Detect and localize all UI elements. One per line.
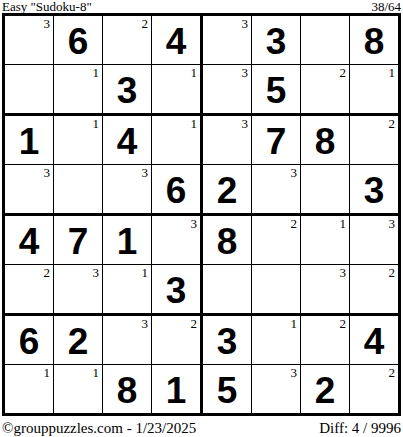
pencil-mark: 1 — [191, 66, 198, 80]
cell-r8c1[interactable]: 1 — [5, 365, 54, 413]
cell-r5c3[interactable]: 1 — [103, 216, 152, 265]
cell-r3c2[interactable]: 1 — [54, 116, 103, 165]
cell-value: 5 — [252, 65, 300, 113]
pencil-mark: 1 — [93, 66, 100, 80]
pencil-mark: 3 — [191, 217, 198, 231]
cell-r2c1[interactable] — [5, 65, 54, 116]
cell-r6c6[interactable] — [252, 265, 301, 316]
cell-r6c7[interactable]: 3 — [301, 265, 350, 316]
cell-r8c7[interactable]: 2 — [301, 365, 350, 413]
cell-r7c6[interactable]: 1 — [252, 316, 301, 365]
sudoku-board: 3624338131352111413782336233471382132313… — [2, 13, 401, 416]
cell-r2c2[interactable]: 1 — [54, 65, 103, 116]
cell-value: 8 — [301, 116, 349, 164]
pencil-mark: 1 — [44, 366, 51, 380]
cell-value: 8 — [103, 365, 151, 413]
copyright-text: ©grouppuzzles.com - 1/23/2025 — [2, 420, 196, 437]
cell-r2c4[interactable]: 1 — [152, 65, 203, 116]
cell-r8c8[interactable]: 2 — [350, 365, 398, 413]
cell-value: 3 — [103, 65, 151, 113]
pencil-mark: 3 — [142, 166, 149, 180]
cell-value: 6 — [152, 165, 200, 213]
cell-value: 2 — [203, 165, 251, 213]
cell-r2c6[interactable]: 5 — [252, 65, 301, 116]
cell-r2c7[interactable]: 2 — [301, 65, 350, 116]
pencil-mark: 2 — [291, 217, 298, 231]
pencil-mark: 1 — [291, 317, 298, 331]
cell-r3c6[interactable]: 7 — [252, 116, 301, 165]
cell-r3c1[interactable]: 1 — [5, 116, 54, 165]
cell-r3c8[interactable]: 2 — [350, 116, 398, 165]
cell-r4c5[interactable]: 2 — [203, 165, 252, 216]
cell-r6c3[interactable]: 1 — [103, 265, 152, 316]
cell-r2c8[interactable]: 1 — [350, 65, 398, 116]
cell-r5c4[interactable]: 3 — [152, 216, 203, 265]
pencil-mark: 2 — [389, 366, 396, 380]
cell-r8c4[interactable]: 1 — [152, 365, 203, 413]
pencil-mark: 3 — [242, 66, 249, 80]
cell-r3c7[interactable]: 8 — [301, 116, 350, 165]
cell-r7c2[interactable]: 2 — [54, 316, 103, 365]
cell-r1c5[interactable]: 3 — [203, 16, 252, 65]
header: Easy "Sudoku-8" 38/64 — [0, 0, 403, 13]
cell-value: 2 — [54, 316, 102, 364]
cell-value: 6 — [5, 316, 53, 364]
cell-r4c7[interactable] — [301, 165, 350, 216]
pencil-mark: 2 — [44, 266, 51, 280]
pencil-mark: 3 — [291, 166, 298, 180]
cell-value: 8 — [203, 216, 251, 264]
cell-r4c1[interactable]: 3 — [5, 165, 54, 216]
cell-r7c5[interactable]: 3 — [203, 316, 252, 365]
cell-r7c7[interactable]: 2 — [301, 316, 350, 365]
cell-r5c8[interactable]: 3 — [350, 216, 398, 265]
cell-r1c2[interactable]: 6 — [54, 16, 103, 65]
cell-r8c5[interactable]: 5 — [203, 365, 252, 413]
cell-r4c8[interactable]: 3 — [350, 165, 398, 216]
cell-r7c3[interactable]: 3 — [103, 316, 152, 365]
pencil-mark: 3 — [291, 366, 298, 380]
cell-value: 7 — [54, 216, 102, 264]
cell-r5c7[interactable]: 1 — [301, 216, 350, 265]
pencil-mark: 1 — [389, 66, 396, 80]
cell-r6c8[interactable]: 2 — [350, 265, 398, 316]
cell-r2c5[interactable]: 3 — [203, 65, 252, 116]
pencil-mark: 3 — [389, 217, 396, 231]
cell-r1c3[interactable]: 2 — [103, 16, 152, 65]
cell-value: 4 — [152, 16, 200, 64]
cell-r2c3[interactable]: 3 — [103, 65, 152, 116]
cell-r5c6[interactable]: 2 — [252, 216, 301, 265]
pencil-mark: 2 — [389, 266, 396, 280]
pencil-mark: 3 — [93, 266, 100, 280]
cell-r1c4[interactable]: 4 — [152, 16, 203, 65]
cell-value: 3 — [203, 316, 251, 364]
cell-value: 4 — [5, 216, 53, 264]
cell-r4c4[interactable]: 6 — [152, 165, 203, 216]
pencil-mark: 1 — [93, 366, 100, 380]
cell-r8c3[interactable]: 8 — [103, 365, 152, 413]
cell-value: 3 — [152, 265, 200, 313]
cell-r8c2[interactable]: 1 — [54, 365, 103, 413]
cell-r3c5[interactable]: 3 — [203, 116, 252, 165]
cell-r4c3[interactable]: 3 — [103, 165, 152, 216]
cell-value: 5 — [203, 365, 251, 413]
cell-value: 7 — [252, 116, 300, 164]
cell-r4c6[interactable]: 3 — [252, 165, 301, 216]
pencil-mark: 2 — [389, 117, 396, 131]
cell-value: 1 — [5, 116, 53, 164]
cell-r5c2[interactable]: 7 — [54, 216, 103, 265]
pencil-mark: 1 — [93, 117, 100, 131]
pencil-mark: 2 — [142, 17, 149, 31]
cell-value: 6 — [54, 16, 102, 64]
cell-value: 3 — [252, 16, 300, 64]
cell-r7c8[interactable]: 4 — [350, 316, 398, 365]
cell-r1c7[interactable] — [301, 16, 350, 65]
cell-r1c8[interactable]: 8 — [350, 16, 398, 65]
cell-counter: 38/64 — [371, 1, 401, 13]
cell-r4c2[interactable] — [54, 165, 103, 216]
cell-r6c5[interactable] — [203, 265, 252, 316]
difficulty-text: Diff: 4 / 9996 — [319, 420, 401, 437]
cell-r1c6[interactable]: 3 — [252, 16, 301, 65]
cell-value: 4 — [103, 116, 151, 164]
cell-r5c1[interactable]: 4 — [5, 216, 54, 265]
cell-r3c3[interactable]: 4 — [103, 116, 152, 165]
pencil-mark: 2 — [191, 317, 198, 331]
cell-r5c5[interactable]: 8 — [203, 216, 252, 265]
pencil-mark: 1 — [191, 117, 198, 131]
cell-value: 1 — [152, 365, 200, 413]
cell-r7c1[interactable]: 6 — [5, 316, 54, 365]
pencil-mark: 3 — [242, 117, 249, 131]
cell-r6c4[interactable]: 3 — [152, 265, 203, 316]
pencil-mark: 3 — [242, 17, 249, 31]
pencil-mark: 3 — [340, 266, 347, 280]
cell-r1c1[interactable]: 3 — [5, 16, 54, 65]
cell-r6c1[interactable]: 2 — [5, 265, 54, 316]
cell-r7c4[interactable]: 2 — [152, 316, 203, 365]
pencil-mark: 3 — [142, 317, 149, 331]
cell-value: 4 — [350, 316, 398, 364]
footer: ©grouppuzzles.com - 1/23/2025 Diff: 4 / … — [0, 416, 403, 437]
pencil-mark: 1 — [340, 217, 347, 231]
cell-value: 3 — [350, 165, 398, 213]
cell-r6c2[interactable]: 3 — [54, 265, 103, 316]
pencil-mark: 2 — [340, 66, 347, 80]
puzzle-title: Easy "Sudoku-8" — [2, 1, 92, 13]
cell-r3c4[interactable]: 1 — [152, 116, 203, 165]
pencil-mark: 3 — [44, 17, 51, 31]
cell-r8c6[interactable]: 3 — [252, 365, 301, 413]
pencil-mark: 2 — [340, 317, 347, 331]
cell-value: 2 — [301, 365, 349, 413]
pencil-mark: 1 — [142, 266, 149, 280]
puzzle-page: Easy "Sudoku-8" 38/64 362433813135211141… — [0, 0, 403, 437]
cell-value: 1 — [103, 216, 151, 264]
cell-value: 8 — [350, 16, 398, 64]
pencil-mark: 3 — [44, 166, 51, 180]
